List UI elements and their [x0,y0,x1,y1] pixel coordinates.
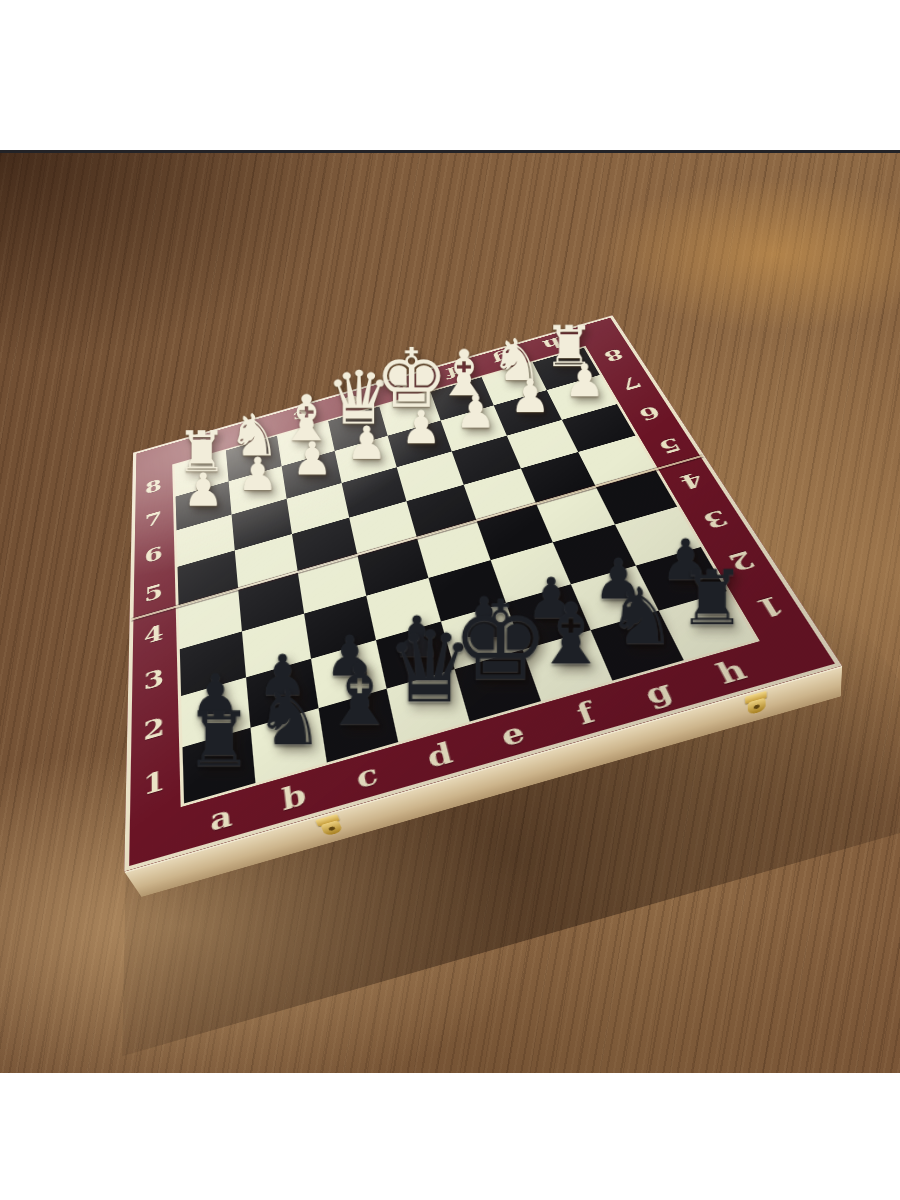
piece-black-rook-h1: ♜ [639,560,786,636]
brass-clasp-left [313,813,349,842]
brass-clasp-right [743,690,770,721]
piece-white-pawn-h7: ♟ [528,358,641,404]
chess-box-scene: aabbccddeeffgghh1122334455667788 ♜♞♝♛♚♝♞… [118,239,716,837]
